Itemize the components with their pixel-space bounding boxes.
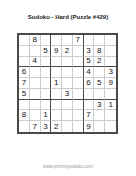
sudoku-cell-empty bbox=[73, 78, 84, 89]
sudoku-cell-empty bbox=[19, 35, 30, 46]
sudoku-cell-empty bbox=[51, 110, 62, 121]
sudoku-cell-given: 6 bbox=[19, 67, 30, 78]
sudoku-cell-given: 4 bbox=[30, 57, 41, 68]
sudoku-cell-empty bbox=[19, 57, 30, 68]
sudoku-cell-empty bbox=[41, 57, 52, 68]
sudoku-cell-empty bbox=[105, 110, 116, 121]
sudoku-cell-given: 5 bbox=[94, 78, 105, 89]
sudoku-cell-given: 8 bbox=[19, 110, 30, 121]
sudoku-cell-empty bbox=[41, 100, 52, 111]
footer-url: www.printmysudoku.com bbox=[0, 164, 136, 170]
sudoku-cell-empty bbox=[30, 100, 41, 111]
sudoku-cell-given: 9 bbox=[105, 78, 116, 89]
sudoku-cell-empty bbox=[62, 35, 73, 46]
sudoku-cell-empty bbox=[62, 67, 73, 78]
sudoku-cell-empty bbox=[84, 89, 95, 100]
sudoku-cell-empty bbox=[105, 89, 116, 100]
sudoku-cell-empty bbox=[73, 89, 84, 100]
sudoku-cell-empty bbox=[41, 67, 52, 78]
sudoku-cell-given: 2 bbox=[62, 46, 73, 57]
sudoku-cell-empty bbox=[62, 57, 73, 68]
sudoku-cell-given: 3 bbox=[62, 89, 73, 100]
sudoku-cell-given: 9 bbox=[51, 46, 62, 57]
sudoku-cell-empty bbox=[73, 100, 84, 111]
sudoku-cell-given: 2 bbox=[94, 57, 105, 68]
sudoku-cell-empty bbox=[51, 100, 62, 111]
sudoku-cell-empty bbox=[73, 110, 84, 121]
sudoku-cell-given: 5 bbox=[41, 46, 52, 57]
sudoku-cell-given: 2 bbox=[51, 121, 62, 132]
sudoku-cell-empty bbox=[105, 57, 116, 68]
sudoku-cell-given: 3 bbox=[41, 121, 52, 132]
sudoku-cell-given: 7 bbox=[84, 110, 95, 121]
sudoku-cell-given: 3 bbox=[105, 67, 116, 78]
sudoku-page: Sudoku - Hard (Puzzle #429) 875923845264… bbox=[0, 0, 136, 176]
sudoku-cell-empty bbox=[51, 35, 62, 46]
sudoku-cell-empty bbox=[84, 35, 95, 46]
sudoku-cell-empty bbox=[62, 100, 73, 111]
sudoku-cell-empty bbox=[94, 67, 105, 78]
sudoku-cell-empty bbox=[94, 121, 105, 132]
sudoku-cell-empty bbox=[73, 46, 84, 57]
sudoku-cell-empty bbox=[30, 46, 41, 57]
sudoku-cell-empty bbox=[73, 121, 84, 132]
sudoku-cell-given: 3 bbox=[84, 46, 95, 57]
sudoku-cell-empty bbox=[19, 121, 30, 132]
sudoku-cell-given: 5 bbox=[84, 57, 95, 68]
sudoku-cell-empty bbox=[62, 78, 73, 89]
sudoku-cell-given: 1 bbox=[41, 110, 52, 121]
sudoku-cell-empty bbox=[94, 110, 105, 121]
sudoku-cell-given: 3 bbox=[94, 100, 105, 111]
sudoku-cell-empty bbox=[84, 100, 95, 111]
sudoku-cell-given: 5 bbox=[19, 89, 30, 100]
sudoku-cell-empty bbox=[30, 110, 41, 121]
sudoku-cell-given: 4 bbox=[84, 67, 95, 78]
sudoku-cell-given: 6 bbox=[84, 78, 95, 89]
sudoku-cell-empty bbox=[94, 35, 105, 46]
sudoku-cell-empty bbox=[41, 35, 52, 46]
sudoku-cell-given: 8 bbox=[94, 46, 105, 57]
sudoku-cell-empty bbox=[51, 67, 62, 78]
sudoku-cell-given: 7 bbox=[30, 121, 41, 132]
sudoku-cell-empty bbox=[105, 46, 116, 57]
sudoku-cell-empty bbox=[41, 89, 52, 100]
sudoku-cell-given: 7 bbox=[19, 78, 30, 89]
sudoku-cell-given: 1 bbox=[105, 100, 116, 111]
sudoku-cell-empty bbox=[41, 78, 52, 89]
sudoku-cell-given: 1 bbox=[51, 78, 62, 89]
sudoku-cell-empty bbox=[105, 121, 116, 132]
sudoku-cell-empty bbox=[62, 110, 73, 121]
sudoku-cell-empty bbox=[30, 67, 41, 78]
sudoku-cell-empty bbox=[73, 67, 84, 78]
sudoku-grid: 87592384526437165953318177329 bbox=[17, 33, 118, 134]
sudoku-cell-empty bbox=[94, 89, 105, 100]
sudoku-cell-given: 9 bbox=[84, 121, 95, 132]
sudoku-cell-empty bbox=[105, 35, 116, 46]
sudoku-cell-empty bbox=[62, 121, 73, 132]
page-title: Sudoku - Hard (Puzzle #429) bbox=[0, 13, 136, 21]
sudoku-cell-empty bbox=[19, 100, 30, 111]
sudoku-cell-empty bbox=[51, 57, 62, 68]
sudoku-cell-given: 7 bbox=[73, 35, 84, 46]
sudoku-cell-given: 8 bbox=[30, 35, 41, 46]
sudoku-cell-empty bbox=[30, 78, 41, 89]
sudoku-cell-empty bbox=[30, 89, 41, 100]
sudoku-cell-empty bbox=[19, 46, 30, 57]
sudoku-cell-empty bbox=[73, 57, 84, 68]
sudoku-cell-empty bbox=[51, 89, 62, 100]
